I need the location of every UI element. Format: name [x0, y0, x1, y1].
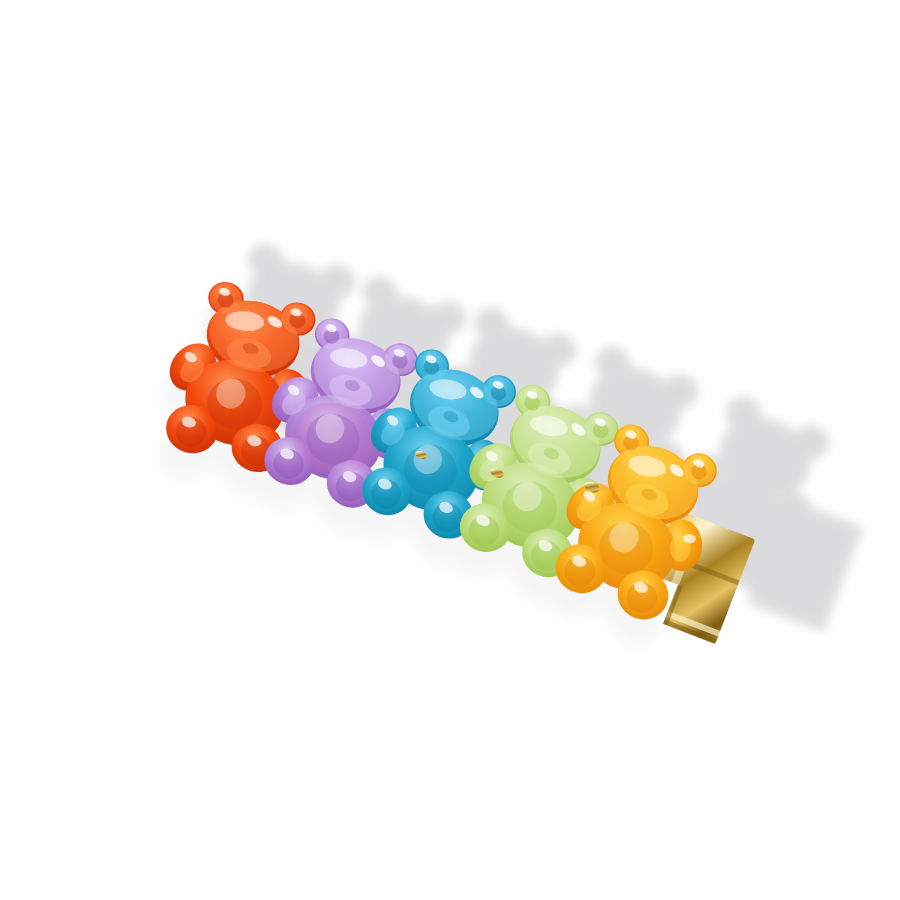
gummy-bear-hair-clip-photo — [0, 0, 900, 900]
product-photo — [0, 0, 900, 900]
